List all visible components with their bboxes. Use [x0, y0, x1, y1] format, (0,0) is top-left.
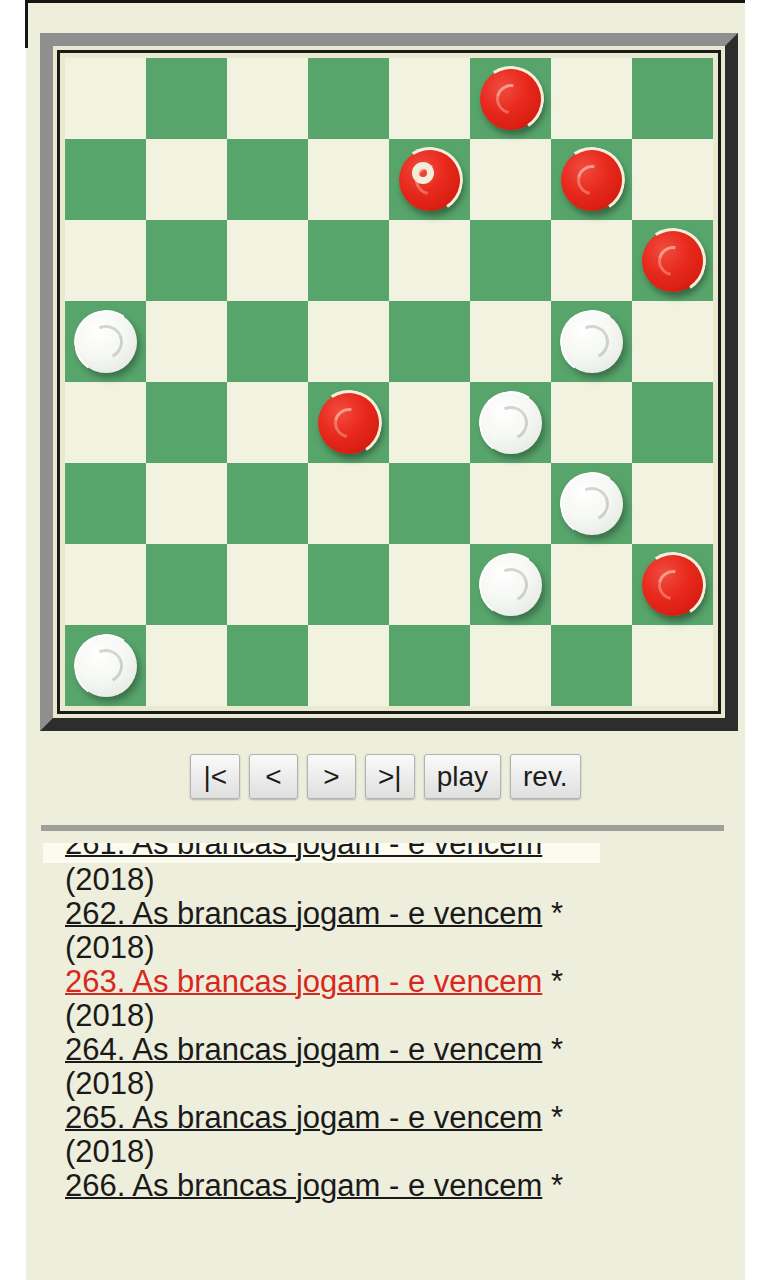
square-r5c4[interactable]	[389, 463, 470, 544]
puzzle-link[interactable]: 264. As brancas jogam - e vencem	[65, 1032, 542, 1067]
square-r0c1[interactable]	[146, 58, 227, 139]
square-r2c5[interactable]	[470, 220, 551, 301]
square-r2c1[interactable]	[146, 220, 227, 301]
king-ring-marker	[412, 162, 434, 184]
puzzle-list-row: 264. As brancas jogam - e vencem *	[65, 1033, 725, 1067]
square-r6c5[interactable]	[470, 544, 551, 625]
square-r3c4[interactable]	[389, 301, 470, 382]
square-r5c1[interactable]	[146, 463, 227, 544]
puzzle-link-active[interactable]: 263. As brancas jogam - e vencem	[65, 964, 542, 999]
square-r7c7[interactable]	[632, 625, 713, 706]
square-r6c0[interactable]	[65, 544, 146, 625]
square-r1c2[interactable]	[227, 139, 308, 220]
last-move-button[interactable]: >|	[365, 754, 415, 799]
square-r4c6[interactable]	[551, 382, 632, 463]
square-r1c5[interactable]	[470, 139, 551, 220]
square-r0c7[interactable]	[632, 58, 713, 139]
white-man-piece[interactable]	[561, 473, 623, 535]
square-r2c4[interactable]	[389, 220, 470, 301]
square-r3c3[interactable]	[308, 301, 389, 382]
puzzle-star-marker: *	[542, 1168, 563, 1203]
square-r5c0[interactable]	[65, 463, 146, 544]
square-r5c5[interactable]	[470, 463, 551, 544]
square-r2c7[interactable]	[632, 220, 713, 301]
red-man-piece[interactable]	[561, 149, 623, 211]
square-r5c3[interactable]	[308, 463, 389, 544]
red-king-piece[interactable]	[399, 149, 461, 211]
app-content: |< < > >| play rev. 261. As brancas joga…	[26, 0, 745, 1280]
puzzle-year: (2018)	[65, 863, 725, 897]
clipped-row-highlight: 261. As brancas jogam - e vencem	[43, 843, 600, 863]
square-r1c3[interactable]	[308, 139, 389, 220]
square-r0c5[interactable]	[470, 58, 551, 139]
square-r0c6[interactable]	[551, 58, 632, 139]
square-r4c3[interactable]	[308, 382, 389, 463]
square-r0c2[interactable]	[227, 58, 308, 139]
square-r3c5[interactable]	[470, 301, 551, 382]
square-r4c0[interactable]	[65, 382, 146, 463]
screen-edge-tick	[25, 0, 28, 48]
red-man-piece[interactable]	[642, 230, 704, 292]
square-r1c4[interactable]	[389, 139, 470, 220]
square-r7c3[interactable]	[308, 625, 389, 706]
square-r6c6[interactable]	[551, 544, 632, 625]
square-r3c6[interactable]	[551, 301, 632, 382]
square-r6c2[interactable]	[227, 544, 308, 625]
square-r5c7[interactable]	[632, 463, 713, 544]
puzzle-link[interactable]: 265. As brancas jogam - e vencem	[65, 1100, 542, 1135]
square-r7c1[interactable]	[146, 625, 227, 706]
square-r7c6[interactable]	[551, 625, 632, 706]
square-r4c4[interactable]	[389, 382, 470, 463]
square-r0c3[interactable]	[308, 58, 389, 139]
square-r0c4[interactable]	[389, 58, 470, 139]
puzzle-list-row: 266. As brancas jogam - e vencem *	[65, 1169, 725, 1203]
white-man-piece[interactable]	[75, 635, 137, 697]
puzzle-year: (2018)	[65, 1067, 725, 1101]
checkers-board-inner-border	[57, 50, 721, 714]
square-r6c1[interactable]	[146, 544, 227, 625]
white-man-piece[interactable]	[561, 311, 623, 373]
puzzle-star-marker: *	[542, 964, 563, 999]
white-man-piece[interactable]	[480, 554, 542, 616]
square-r4c2[interactable]	[227, 382, 308, 463]
square-r2c3[interactable]	[308, 220, 389, 301]
puzzle-list-row: 261. As brancas jogam - e vencem	[65, 843, 725, 863]
square-r7c0[interactable]	[65, 625, 146, 706]
red-man-piece[interactable]	[642, 554, 704, 616]
square-r1c7[interactable]	[632, 139, 713, 220]
reverse-button[interactable]: rev.	[510, 754, 581, 799]
square-r3c1[interactable]	[146, 301, 227, 382]
checkers-board[interactable]	[65, 58, 713, 706]
puzzle-star-marker: *	[542, 1032, 563, 1067]
square-r2c0[interactable]	[65, 220, 146, 301]
square-r0c0[interactable]	[65, 58, 146, 139]
first-move-button[interactable]: |<	[190, 754, 240, 799]
puzzle-list-row: 262. As brancas jogam - e vencem *	[65, 897, 725, 931]
square-r1c0[interactable]	[65, 139, 146, 220]
puzzle-year: (2018)	[65, 999, 725, 1033]
prev-move-button[interactable]: <	[249, 754, 298, 799]
square-r3c0[interactable]	[65, 301, 146, 382]
square-r5c6[interactable]	[551, 463, 632, 544]
puzzle-year: (2018)	[65, 931, 725, 965]
square-r6c3[interactable]	[308, 544, 389, 625]
puzzle-link[interactable]: 261. As brancas jogam - e vencem	[65, 843, 542, 861]
puzzle-link[interactable]: 266. As brancas jogam - e vencem	[65, 1168, 542, 1203]
checkers-board-frame	[40, 33, 738, 731]
white-man-piece[interactable]	[75, 311, 137, 373]
puzzle-list: 261. As brancas jogam - e vencem(2018)26…	[26, 843, 745, 1203]
puzzle-list-row: 263. As brancas jogam - e vencem *	[65, 965, 725, 999]
red-man-piece[interactable]	[480, 68, 542, 130]
list-separator	[41, 825, 724, 831]
square-r7c4[interactable]	[389, 625, 470, 706]
white-man-piece[interactable]	[480, 392, 542, 454]
puzzle-link[interactable]: 262. As brancas jogam - e vencem	[65, 896, 542, 931]
square-r2c6[interactable]	[551, 220, 632, 301]
square-r7c2[interactable]	[227, 625, 308, 706]
puzzle-star-marker: *	[542, 1100, 563, 1135]
square-r1c6[interactable]	[551, 139, 632, 220]
move-toolbar: |< < > >| play rev.	[26, 754, 745, 799]
square-r2c2[interactable]	[227, 220, 308, 301]
square-r6c7[interactable]	[632, 544, 713, 625]
square-r1c1[interactable]	[146, 139, 227, 220]
puzzle-list-row: 265. As brancas jogam - e vencem *	[65, 1101, 725, 1135]
puzzle-year: (2018)	[65, 1135, 725, 1169]
square-r3c2[interactable]	[227, 301, 308, 382]
square-r3c7[interactable]	[632, 301, 713, 382]
square-r7c5[interactable]	[470, 625, 551, 706]
next-move-button[interactable]: >	[307, 754, 356, 799]
square-r4c5[interactable]	[470, 382, 551, 463]
square-r5c2[interactable]	[227, 463, 308, 544]
puzzle-star-marker: *	[542, 896, 563, 931]
square-r6c4[interactable]	[389, 544, 470, 625]
red-man-piece[interactable]	[318, 392, 380, 454]
square-r4c7[interactable]	[632, 382, 713, 463]
play-button[interactable]: play	[424, 754, 501, 799]
square-r4c1[interactable]	[146, 382, 227, 463]
